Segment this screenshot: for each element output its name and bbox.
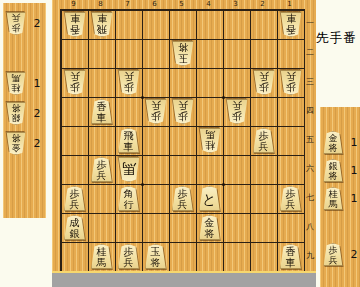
piece-kanji: 歩 [259, 130, 269, 141]
piece-kanji: 将 [12, 104, 21, 114]
piece-kanji: 歩 [124, 246, 134, 257]
piece-kanji: 将 [151, 257, 161, 268]
board-piece-8一[interactable]: 飛車 [91, 12, 113, 37]
piece-kanji: 車 [286, 257, 296, 268]
piece-kanji: 歩 [70, 83, 80, 94]
board-piece-8四[interactable]: 香車 [91, 99, 113, 124]
piece-kanji: 成 [70, 217, 80, 228]
rank-label-3: 三 [304, 67, 316, 96]
board-piece-9三[interactable]: 歩兵 [64, 70, 86, 95]
board-piece-7三[interactable]: 歩兵 [118, 70, 140, 95]
piece-kanji: 歩 [286, 188, 296, 199]
rank-label-8: 八 [304, 212, 316, 241]
piece-kanji: 将 [178, 43, 188, 54]
star-point [141, 183, 144, 186]
bottom-bar [52, 273, 316, 287]
board-piece-8六[interactable]: 歩兵 [91, 157, 113, 182]
piece-kanji: 兵 [124, 72, 134, 83]
board-piece-8九[interactable]: 桂馬 [91, 244, 113, 269]
board-piece-7五[interactable]: 飛車 [118, 128, 140, 153]
board-piece-6四[interactable]: 歩兵 [145, 99, 167, 124]
piece-kanji: 銀 [12, 114, 21, 124]
hand-piece-sente-金[interactable]: 金将 [323, 131, 343, 154]
piece-kanji: 玉 [151, 246, 161, 257]
board-piece-5二[interactable]: 玉将 [172, 41, 194, 66]
piece-kanji: 歩 [151, 112, 161, 123]
hand-count-sente-桂: 1 [347, 191, 360, 206]
file-label-5: 5 [168, 0, 195, 9]
piece-kanji: 兵 [259, 141, 269, 152]
piece-kanji: 馬 [122, 159, 136, 181]
piece-kanji: 将 [205, 228, 215, 239]
board-piece-7六[interactable]: 馬 [118, 157, 140, 182]
piece-kanji: と [202, 188, 216, 210]
star-point [222, 183, 225, 186]
piece-kanji: 香 [286, 25, 296, 36]
board-block: 香車飛車香車玉将歩兵歩兵歩兵歩兵香車歩兵歩兵歩兵飛車桂馬歩兵歩兵馬歩兵角行歩兵と… [52, 0, 316, 271]
piece-kanji: 車 [70, 14, 80, 25]
file-label-3: 3 [222, 0, 249, 9]
sente-hand-panel: 金将1銀将1桂馬1歩兵2 [320, 107, 360, 287]
piece-kanji: 兵 [124, 257, 134, 268]
hand-count-gote-歩: 2 [30, 16, 44, 31]
piece-kanji: 香 [97, 101, 107, 112]
file-label-7: 7 [114, 0, 141, 9]
board-piece-5四[interactable]: 歩兵 [172, 99, 194, 124]
piece-kanji: 金 [329, 133, 338, 143]
file-label-4: 4 [195, 0, 222, 9]
file-label-2: 2 [249, 0, 276, 9]
piece-kanji: 玉 [178, 54, 188, 65]
rank-label-1: 一 [304, 9, 316, 38]
rank-label-2: 二 [304, 38, 316, 67]
board-piece-9一[interactable]: 香車 [64, 12, 86, 37]
file-label-1: 1 [276, 0, 303, 9]
rank-label-9: 九 [304, 241, 316, 270]
piece-kanji: 歩 [286, 83, 296, 94]
star-point [141, 96, 144, 99]
piece-kanji: 角 [124, 188, 134, 199]
board-piece-5七[interactable]: 歩兵 [172, 186, 194, 211]
piece-kanji: 歩 [124, 83, 134, 94]
piece-kanji: 金 [12, 144, 21, 154]
hand-count-sente-歩: 2 [347, 247, 360, 262]
piece-kanji: 歩 [12, 24, 21, 34]
rank-label-4: 四 [304, 96, 316, 125]
piece-kanji: 兵 [259, 72, 269, 83]
rank-label-5: 五 [304, 125, 316, 154]
board-piece-1九[interactable]: 香車 [280, 244, 302, 269]
piece-kanji: 車 [97, 112, 107, 123]
piece-kanji: 飛 [97, 25, 107, 36]
piece-kanji: 車 [286, 14, 296, 25]
piece-kanji: 車 [97, 14, 107, 25]
piece-kanji: 兵 [178, 199, 188, 210]
piece-kanji: 桂 [12, 84, 21, 94]
hand-piece-sente-桂[interactable]: 桂馬 [323, 187, 343, 210]
piece-kanji: 兵 [178, 101, 188, 112]
piece-kanji: 兵 [70, 199, 80, 210]
turn-indicator: 先手番 [316, 30, 360, 47]
piece-kanji: 兵 [12, 14, 21, 24]
hand-piece-gote-桂[interactable]: 桂馬 [6, 72, 26, 95]
board-piece-2三[interactable]: 歩兵 [253, 70, 275, 95]
file-label-9: 9 [60, 0, 87, 9]
piece-kanji: 歩 [329, 245, 338, 255]
piece-kanji: 行 [124, 199, 134, 210]
piece-kanji: 歩 [178, 112, 188, 123]
hand-count-gote-桂: 1 [30, 76, 44, 91]
hand-piece-sente-銀[interactable]: 銀将 [323, 159, 343, 182]
piece-kanji: 兵 [151, 101, 161, 112]
board-piece-7七[interactable]: 角行 [118, 186, 140, 211]
piece-kanji: 車 [124, 141, 134, 152]
piece-kanji: 銀 [70, 228, 80, 239]
piece-kanji: 兵 [97, 170, 107, 181]
piece-kanji: 金 [205, 217, 215, 228]
shogi-app: 歩兵2桂馬1銀将2金将2 香車飛車香車玉将歩兵歩兵歩兵歩兵香車歩兵歩兵歩兵飛車桂… [0, 0, 360, 287]
piece-kanji: 桂 [329, 189, 338, 199]
board-piece-1三[interactable]: 歩兵 [280, 70, 302, 95]
hand-piece-gote-歩[interactable]: 歩兵 [6, 12, 26, 35]
piece-kanji: 馬 [97, 257, 107, 268]
piece-kanji: 馬 [329, 199, 338, 209]
gote-hand-panel: 歩兵2桂馬1銀将2金将2 [3, 3, 46, 218]
star-point [222, 96, 225, 99]
piece-kanji: 桂 [97, 246, 107, 257]
piece-kanji: 馬 [205, 130, 215, 141]
piece-kanji: 銀 [329, 161, 338, 171]
hand-count-gote-銀: 2 [30, 106, 44, 121]
board-piece-2五[interactable]: 歩兵 [253, 128, 275, 153]
board-piece-4八[interactable]: 金将 [199, 215, 221, 240]
board-grid[interactable]: 香車飛車香車玉将歩兵歩兵歩兵歩兵香車歩兵歩兵歩兵飛車桂馬歩兵歩兵馬歩兵角行歩兵と… [60, 9, 305, 272]
piece-kanji: 兵 [70, 72, 80, 83]
board-piece-1七[interactable]: 歩兵 [280, 186, 302, 211]
piece-kanji: 将 [329, 143, 338, 153]
piece-kanji: 歩 [232, 112, 242, 123]
piece-kanji: 香 [70, 25, 80, 36]
piece-kanji: 兵 [232, 101, 242, 112]
file-label-6: 6 [141, 0, 168, 9]
board-piece-1一[interactable]: 香車 [280, 12, 302, 37]
piece-kanji: 香 [286, 246, 296, 257]
hand-count-gote-金: 2 [30, 136, 44, 151]
board-piece-7九[interactable]: 歩兵 [118, 244, 140, 269]
piece-kanji: 兵 [286, 199, 296, 210]
board-piece-4五[interactable]: 桂馬 [199, 128, 221, 153]
piece-kanji: 桂 [205, 141, 215, 152]
piece-kanji: 兵 [286, 72, 296, 83]
board-piece-4七[interactable]: と [199, 186, 221, 211]
piece-kanji: 歩 [178, 188, 188, 199]
piece-kanji: 将 [12, 134, 21, 144]
hand-piece-gote-銀[interactable]: 銀将 [6, 102, 26, 125]
file-label-8: 8 [87, 0, 114, 9]
board-piece-9八[interactable]: 成銀 [64, 215, 86, 240]
board-piece-6九[interactable]: 玉将 [145, 244, 167, 269]
hand-piece-sente-歩[interactable]: 歩兵 [323, 243, 343, 266]
piece-kanji: 歩 [70, 188, 80, 199]
hand-count-sente-銀: 1 [347, 163, 360, 178]
piece-kanji: 兵 [329, 255, 338, 265]
piece-kanji: 歩 [97, 159, 107, 170]
board-piece-3四[interactable]: 歩兵 [226, 99, 248, 124]
piece-kanji: 歩 [259, 83, 269, 94]
piece-kanji: 飛 [124, 130, 134, 141]
piece-kanji: 馬 [12, 74, 21, 84]
hand-count-sente-金: 1 [347, 135, 360, 150]
hand-piece-gote-金[interactable]: 金将 [6, 132, 26, 155]
rank-label-6: 六 [304, 154, 316, 183]
piece-kanji: 将 [329, 171, 338, 181]
rank-label-7: 七 [304, 183, 316, 212]
board-piece-9七[interactable]: 歩兵 [64, 186, 86, 211]
